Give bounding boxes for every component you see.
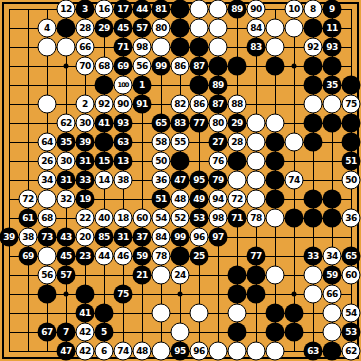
- stone-white: 56: [133, 57, 152, 76]
- stone-white: 66: [323, 285, 342, 304]
- stone-white: 38: [114, 171, 133, 190]
- stone-white: [247, 133, 266, 152]
- stone-white: 6: [95, 342, 114, 361]
- stone-black: 39: [76, 133, 95, 152]
- stone-black: [171, 0, 190, 19]
- stone-black: 57: [133, 19, 152, 38]
- stone-black: [209, 57, 228, 76]
- stone-black: 31: [114, 228, 133, 247]
- stone-black: 67: [38, 323, 57, 342]
- stone-white: 48: [171, 190, 190, 209]
- stone-black: [323, 209, 342, 228]
- stone-black: 65: [152, 114, 171, 133]
- stone-white: 94: [209, 190, 228, 209]
- stone-black: 13: [114, 152, 133, 171]
- stone-white: 42: [76, 323, 95, 342]
- stone-white: 100: [114, 76, 133, 95]
- stone-black: 87: [190, 57, 209, 76]
- stone-black: 97: [209, 228, 228, 247]
- stone-black: 41: [95, 114, 114, 133]
- stone-white: 46: [114, 247, 133, 266]
- stone-white: 44: [95, 247, 114, 266]
- stone-white: 90: [114, 95, 133, 114]
- stone-white: [152, 38, 171, 57]
- stone-black: 11: [323, 19, 342, 38]
- stone-white: 2: [76, 95, 95, 114]
- stone-white: 60: [342, 266, 361, 285]
- stone-black: 63: [304, 342, 323, 361]
- stone-black: 89: [228, 0, 247, 19]
- stone-black: 59: [133, 247, 152, 266]
- stone-white: 84: [247, 19, 266, 38]
- stone-black: 79: [209, 171, 228, 190]
- stone-white: [228, 304, 247, 323]
- stone-white: 90: [247, 0, 266, 19]
- stone-white: 98: [133, 38, 152, 57]
- stone-black: [171, 247, 190, 266]
- stone-black: [266, 171, 285, 190]
- stone-white: [247, 114, 266, 133]
- stone-black: [95, 304, 114, 323]
- stone-black: 29: [228, 114, 247, 133]
- stone-white: 36: [152, 171, 171, 190]
- stone-white: [285, 19, 304, 38]
- stone-white: 96: [190, 228, 209, 247]
- stone-black: 29: [95, 19, 114, 38]
- stone-white: [190, 0, 209, 19]
- stone-black: 63: [114, 133, 133, 152]
- stone-black: [247, 266, 266, 285]
- stone-white: 48: [133, 342, 152, 361]
- stone-black: 47: [171, 171, 190, 190]
- stone-black: 85: [95, 228, 114, 247]
- stone-white: 96: [190, 342, 209, 361]
- stone-white: [152, 342, 171, 361]
- stone-black: [171, 152, 190, 171]
- stone-black: 35: [323, 76, 342, 95]
- stone-black: [342, 76, 361, 95]
- stone-black: 43: [57, 228, 76, 247]
- stone-white: 12: [57, 0, 76, 19]
- stone-white: [38, 38, 57, 57]
- stone-white: 50: [342, 171, 361, 190]
- stone-white: 92: [304, 38, 323, 57]
- stone-white: [209, 342, 228, 361]
- stone-black: 31: [57, 171, 76, 190]
- stone-black: 87: [209, 95, 228, 114]
- stone-black: [285, 209, 304, 228]
- stone-white: 26: [38, 152, 57, 171]
- stone-white: 86: [171, 57, 190, 76]
- stone-black: [266, 152, 285, 171]
- stone-black: [171, 19, 190, 38]
- stone-white: [247, 190, 266, 209]
- stone-white: [266, 266, 285, 285]
- stone-white: [323, 323, 342, 342]
- stone-black: 1: [133, 76, 152, 95]
- stone-white: 66: [76, 38, 95, 57]
- stone-black: [285, 323, 304, 342]
- stone-white: [228, 171, 247, 190]
- stone-black: [95, 76, 114, 95]
- stone-white: 50: [152, 152, 171, 171]
- stone-white: 86: [190, 95, 209, 114]
- stone-black: 53: [190, 209, 209, 228]
- stone-black: [304, 114, 323, 133]
- stone-white: 74: [114, 342, 133, 361]
- stone-white: [209, 38, 228, 57]
- stone-black: 77: [247, 247, 266, 266]
- stone-black: 5: [95, 323, 114, 342]
- stone-white: [247, 171, 266, 190]
- stone-black: [190, 38, 209, 57]
- stone-black: [285, 304, 304, 323]
- stone-black: 17: [114, 0, 133, 19]
- stone-white: [38, 190, 57, 209]
- stone-black: [228, 152, 247, 171]
- stone-black: [304, 76, 323, 95]
- stone-black: 65: [342, 247, 361, 266]
- stone-black: [228, 285, 247, 304]
- stone-black: 25: [190, 247, 209, 266]
- stone-black: [304, 133, 323, 152]
- stone-white: 62: [57, 114, 76, 133]
- stone-white: 92: [95, 95, 114, 114]
- stone-white: 84: [152, 228, 171, 247]
- stone-black: [323, 114, 342, 133]
- stone-white: 16: [95, 0, 114, 19]
- stone-black: 73: [38, 228, 57, 247]
- stone-black: 51: [342, 152, 361, 171]
- stone-black: [323, 190, 342, 209]
- stone-black: 99: [171, 228, 190, 247]
- stone-black: 89: [209, 76, 228, 95]
- stone-white: 34: [38, 171, 57, 190]
- stone-black: [171, 38, 190, 57]
- stone-white: 28: [228, 133, 247, 152]
- stone-black: 99: [152, 57, 171, 76]
- stone-black: [323, 342, 342, 361]
- stone-white: [266, 209, 285, 228]
- stone-white: 30: [76, 114, 95, 133]
- stone-white: 74: [285, 171, 304, 190]
- stone-black: 45: [114, 19, 133, 38]
- stone-white: 8: [304, 0, 323, 19]
- go-board: 1231617448189901089428294557808411667198…: [0, 0, 361, 361]
- stone-black: [247, 285, 266, 304]
- stone-white: 54: [152, 209, 171, 228]
- stone-black: 93: [323, 38, 342, 57]
- stone-black: [266, 304, 285, 323]
- stone-black: 75: [114, 285, 133, 304]
- stone-white: [152, 266, 171, 285]
- stone-white: [38, 247, 57, 266]
- stone-white: [266, 38, 285, 57]
- stone-white: [323, 304, 342, 323]
- stone-black: 27: [209, 133, 228, 152]
- stone-white: [304, 285, 323, 304]
- stone-white: [323, 95, 342, 114]
- stone-white: [304, 95, 323, 114]
- stone-white: 78: [247, 209, 266, 228]
- stone-black: [57, 19, 76, 38]
- stone-black: 23: [76, 247, 95, 266]
- stone-white: [266, 114, 285, 133]
- stone-white: [247, 152, 266, 171]
- stone-white: 80: [152, 19, 171, 38]
- stone-white: 40: [95, 209, 114, 228]
- stone-black: 83: [247, 38, 266, 57]
- stone-white: 55: [171, 133, 190, 152]
- stone-black: 37: [133, 228, 152, 247]
- stone-white: 72: [19, 190, 38, 209]
- stone-white: 64: [38, 133, 57, 152]
- stone-black: [304, 19, 323, 38]
- stone-black: [95, 133, 114, 152]
- stone-white: 34: [323, 247, 342, 266]
- stone-black: [342, 133, 361, 152]
- stone-black: [266, 57, 285, 76]
- stone-white: 70: [76, 57, 95, 76]
- stone-black: [304, 209, 323, 228]
- stone-black: 31: [76, 152, 95, 171]
- stone-white: 4: [38, 19, 57, 38]
- stone-black: 95: [171, 342, 190, 361]
- stone-black: 45: [57, 247, 76, 266]
- stone-black: [266, 323, 285, 342]
- stone-black: 61: [19, 209, 38, 228]
- star-point: [64, 292, 69, 297]
- stone-white: 72: [228, 190, 247, 209]
- stone-black: 19: [76, 190, 95, 209]
- stone-black: 49: [190, 190, 209, 209]
- stone-white: 10: [285, 0, 304, 19]
- star-point: [178, 292, 183, 297]
- stone-black: 47: [57, 342, 76, 361]
- stone-black: 35: [57, 133, 76, 152]
- stone-white: [247, 342, 266, 361]
- stone-white: 62: [342, 342, 361, 361]
- stone-white: [209, 19, 228, 38]
- stone-black: 21: [133, 266, 152, 285]
- stone-white: 18: [114, 209, 133, 228]
- stone-white: 58: [152, 133, 171, 152]
- stone-white: 88: [228, 95, 247, 114]
- stone-white: 30: [57, 152, 76, 171]
- stone-white: 80: [209, 114, 228, 133]
- stone-black: 44: [133, 0, 152, 19]
- stone-black: 41: [76, 304, 95, 323]
- stone-black: 9: [323, 0, 342, 19]
- stone-black: [266, 133, 285, 152]
- stone-black: 33: [76, 171, 95, 190]
- stone-black: [342, 114, 361, 133]
- stone-black: [38, 285, 57, 304]
- stone-white: 68: [95, 57, 114, 76]
- stone-black: 59: [323, 266, 342, 285]
- stone-white: 75: [342, 95, 361, 114]
- stone-black: [228, 323, 247, 342]
- stone-white: [171, 323, 190, 342]
- stone-white: 76: [209, 152, 228, 171]
- stone-white: [190, 19, 209, 38]
- stone-black: 15: [95, 152, 114, 171]
- stone-white: [266, 342, 285, 361]
- stone-white: [304, 266, 323, 285]
- stone-white: [228, 342, 247, 361]
- stone-black: 71: [114, 38, 133, 57]
- stone-black: 51: [152, 190, 171, 209]
- stone-white: 82: [171, 95, 190, 114]
- stone-black: 39: [0, 228, 19, 247]
- stone-black: [304, 190, 323, 209]
- stone-black: [76, 285, 95, 304]
- stone-white: 24: [171, 266, 190, 285]
- stone-black: 83: [171, 114, 190, 133]
- stone-black: 81: [152, 0, 171, 19]
- stone-white: 22: [76, 209, 95, 228]
- stone-black: 71: [228, 209, 247, 228]
- stone-black: 53: [342, 323, 361, 342]
- stone-black: [228, 57, 247, 76]
- stone-black: 3: [76, 0, 95, 19]
- star-point: [292, 64, 297, 69]
- stone-black: [190, 76, 209, 95]
- stone-white: 78: [152, 247, 171, 266]
- stone-white: 98: [209, 209, 228, 228]
- stone-black: 91: [133, 95, 152, 114]
- stone-white: [266, 19, 285, 38]
- stone-white: [190, 304, 209, 323]
- stone-black: [228, 266, 247, 285]
- stone-black: 7: [57, 323, 76, 342]
- star-point: [292, 292, 297, 297]
- stone-white: 68: [38, 209, 57, 228]
- stone-white: [57, 38, 76, 57]
- star-point: [64, 64, 69, 69]
- stone-black: 69: [19, 247, 38, 266]
- stone-white: [285, 133, 304, 152]
- stone-white: 20: [76, 228, 95, 247]
- stone-black: [304, 57, 323, 76]
- stone-white: 60: [133, 209, 152, 228]
- stone-white: [38, 95, 57, 114]
- stone-white: 36: [342, 209, 361, 228]
- stone-white: 28: [76, 19, 95, 38]
- stone-black: 93: [114, 114, 133, 133]
- stone-white: 52: [171, 209, 190, 228]
- stone-white: 32: [57, 190, 76, 209]
- stone-black: 57: [57, 266, 76, 285]
- stone-black: [323, 57, 342, 76]
- stone-white: [209, 0, 228, 19]
- stone-black: 95: [190, 171, 209, 190]
- stone-white: 42: [76, 342, 95, 361]
- stone-white: [152, 304, 171, 323]
- stone-black: 33: [304, 247, 323, 266]
- stone-black: 77: [190, 114, 209, 133]
- stone-white: 56: [38, 266, 57, 285]
- stone-black: 69: [114, 57, 133, 76]
- stone-white: 54: [342, 304, 361, 323]
- stone-white: 38: [19, 228, 38, 247]
- stone-white: 14: [95, 171, 114, 190]
- stone-black: [266, 190, 285, 209]
